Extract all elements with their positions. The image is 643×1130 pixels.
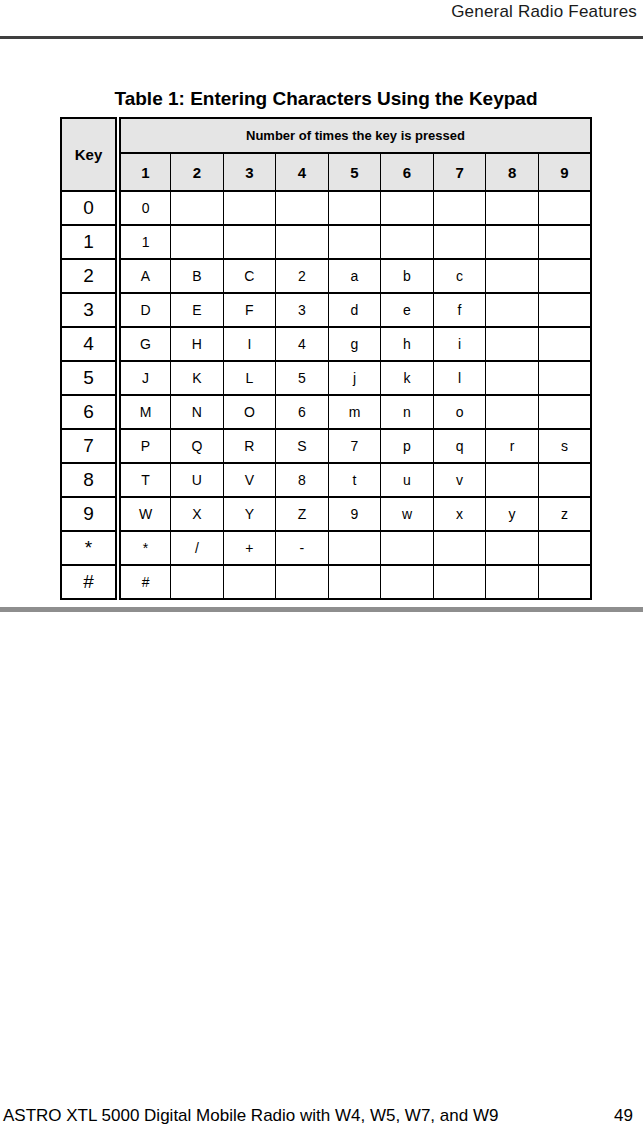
char-cell: 6: [276, 395, 329, 429]
char-cell: [328, 191, 381, 225]
char-cell: s: [538, 429, 591, 463]
key-cell: 6: [61, 395, 118, 429]
press-count-header: 7: [433, 153, 486, 191]
char-cell: /: [171, 531, 224, 565]
table-row: 7PQRS7pqrs: [61, 429, 591, 463]
char-cell: F: [223, 293, 276, 327]
key-cell: 8: [61, 463, 118, 497]
group-header-row: Key Number of times the key is pressed: [61, 118, 591, 153]
char-cell: [538, 259, 591, 293]
char-cell: #: [118, 565, 171, 599]
char-cell: S: [276, 429, 329, 463]
press-count-header: 6: [381, 153, 434, 191]
char-cell: x: [433, 497, 486, 531]
char-cell: q: [433, 429, 486, 463]
table-row: 8TUV8tuv: [61, 463, 591, 497]
key-cell: 9: [61, 497, 118, 531]
char-cell: k: [381, 361, 434, 395]
char-cell: [171, 565, 224, 599]
char-cell: [381, 225, 434, 259]
char-cell: [538, 463, 591, 497]
char-cell: U: [171, 463, 224, 497]
char-cell: B: [171, 259, 224, 293]
key-cell: 1: [61, 225, 118, 259]
keypad-table-body: 00112ABC2abc3DEF3def4GHI4ghi5JKL5jkl6MNO…: [61, 191, 591, 599]
char-cell: Q: [171, 429, 224, 463]
key-cell: #: [61, 565, 118, 599]
char-cell: j: [328, 361, 381, 395]
char-cell: c: [433, 259, 486, 293]
char-cell: [486, 327, 539, 361]
keypad-table-head: Key Number of times the key is pressed 1…: [61, 118, 591, 191]
key-cell: *: [61, 531, 118, 565]
char-cell: a: [328, 259, 381, 293]
press-count-header: 3: [223, 153, 276, 191]
table-row: 5JKL5jkl: [61, 361, 591, 395]
char-cell: t: [328, 463, 381, 497]
press-count-header: 9: [538, 153, 591, 191]
key-cell: 7: [61, 429, 118, 463]
char-cell: -: [276, 531, 329, 565]
char-cell: n: [381, 395, 434, 429]
press-count-group-header: Number of times the key is pressed: [118, 118, 591, 153]
char-cell: u: [381, 463, 434, 497]
char-cell: v: [433, 463, 486, 497]
press-count-header: 8: [486, 153, 539, 191]
char-cell: [328, 565, 381, 599]
char-cell: C: [223, 259, 276, 293]
table-row: 3DEF3def: [61, 293, 591, 327]
table-row: 6MNO6mno: [61, 395, 591, 429]
char-cell: [486, 531, 539, 565]
char-cell: [486, 225, 539, 259]
char-cell: A: [118, 259, 171, 293]
char-cell: b: [381, 259, 434, 293]
char-cell: [486, 293, 539, 327]
footer-rule: [0, 607, 643, 612]
char-cell: m: [328, 395, 381, 429]
char-cell: 4: [276, 327, 329, 361]
char-cell: [538, 225, 591, 259]
char-cell: I: [223, 327, 276, 361]
table-row: **/+-: [61, 531, 591, 565]
char-cell: [433, 225, 486, 259]
char-cell: [433, 565, 486, 599]
char-cell: d: [328, 293, 381, 327]
char-cell: [486, 361, 539, 395]
char-cell: e: [381, 293, 434, 327]
char-cell: R: [223, 429, 276, 463]
char-cell: Y: [223, 497, 276, 531]
table-row: 11: [61, 225, 591, 259]
page-footer: ASTRO XTL 5000 Digital Mobile Radio with…: [3, 1106, 633, 1126]
press-count-header: 1: [118, 153, 171, 191]
header-rule: [0, 36, 643, 39]
keypad-character-table: Key Number of times the key is pressed 1…: [60, 117, 592, 600]
document-page: { "page": { "running_header": "General R…: [0, 0, 643, 1130]
key-cell: 3: [61, 293, 118, 327]
press-count-header: 5: [328, 153, 381, 191]
char-cell: +: [223, 531, 276, 565]
char-cell: [223, 565, 276, 599]
char-cell: [538, 327, 591, 361]
char-cell: [486, 191, 539, 225]
char-cell: 7: [328, 429, 381, 463]
press-count-header-row: 123456789: [61, 153, 591, 191]
char-cell: [486, 259, 539, 293]
char-cell: p: [381, 429, 434, 463]
char-cell: [276, 565, 329, 599]
char-cell: 1: [118, 225, 171, 259]
char-cell: [381, 531, 434, 565]
char-cell: 5: [276, 361, 329, 395]
char-cell: E: [171, 293, 224, 327]
char-cell: N: [171, 395, 224, 429]
key-column-header: Key: [61, 118, 118, 191]
char-cell: [486, 565, 539, 599]
char-cell: X: [171, 497, 224, 531]
char-cell: [328, 531, 381, 565]
press-count-header: 4: [276, 153, 329, 191]
char-cell: [381, 565, 434, 599]
char-cell: [538, 191, 591, 225]
char-cell: [538, 531, 591, 565]
footer-document-title: ASTRO XTL 5000 Digital Mobile Radio with…: [3, 1106, 498, 1126]
char-cell: [486, 395, 539, 429]
char-cell: f: [433, 293, 486, 327]
char-cell: [171, 225, 224, 259]
char-cell: [276, 225, 329, 259]
char-cell: 9: [328, 497, 381, 531]
char-cell: h: [381, 327, 434, 361]
char-cell: H: [171, 327, 224, 361]
key-cell: 4: [61, 327, 118, 361]
char-cell: V: [223, 463, 276, 497]
table-row: 2ABC2abc: [61, 259, 591, 293]
key-cell: 5: [61, 361, 118, 395]
char-cell: 3: [276, 293, 329, 327]
char-cell: W: [118, 497, 171, 531]
char-cell: [538, 361, 591, 395]
table-row: 00: [61, 191, 591, 225]
char-cell: z: [538, 497, 591, 531]
char-cell: [276, 191, 329, 225]
char-cell: w: [381, 497, 434, 531]
table-title: Table 1: Entering Characters Using the K…: [60, 88, 592, 110]
char-cell: [486, 463, 539, 497]
char-cell: [223, 225, 276, 259]
char-cell: g: [328, 327, 381, 361]
char-cell: [171, 191, 224, 225]
char-cell: P: [118, 429, 171, 463]
char-cell: K: [171, 361, 224, 395]
char-cell: i: [433, 327, 486, 361]
char-cell: T: [118, 463, 171, 497]
char-cell: o: [433, 395, 486, 429]
char-cell: [538, 565, 591, 599]
char-cell: 2: [276, 259, 329, 293]
running-header: General Radio Features: [451, 2, 637, 22]
char-cell: Z: [276, 497, 329, 531]
char-cell: [328, 225, 381, 259]
char-cell: 0: [118, 191, 171, 225]
table-row: 4GHI4ghi: [61, 327, 591, 361]
table-row: 9WXYZ9wxyz: [61, 497, 591, 531]
char-cell: J: [118, 361, 171, 395]
char-cell: [538, 395, 591, 429]
char-cell: G: [118, 327, 171, 361]
char-cell: [433, 531, 486, 565]
key-cell: 0: [61, 191, 118, 225]
char-cell: [381, 191, 434, 225]
table-row: ##: [61, 565, 591, 599]
char-cell: L: [223, 361, 276, 395]
char-cell: *: [118, 531, 171, 565]
char-cell: l: [433, 361, 486, 395]
char-cell: r: [486, 429, 539, 463]
char-cell: O: [223, 395, 276, 429]
char-cell: D: [118, 293, 171, 327]
press-count-header: 2: [171, 153, 224, 191]
page-number: 49: [614, 1106, 633, 1126]
key-cell: 2: [61, 259, 118, 293]
char-cell: [223, 191, 276, 225]
char-cell: 8: [276, 463, 329, 497]
char-cell: [538, 293, 591, 327]
char-cell: M: [118, 395, 171, 429]
char-cell: [433, 191, 486, 225]
char-cell: y: [486, 497, 539, 531]
